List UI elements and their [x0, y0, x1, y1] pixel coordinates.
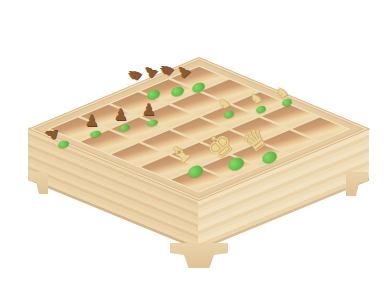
dark-pawn-standing-3: ♟	[142, 102, 156, 118]
tray-foot-front	[170, 243, 228, 268]
tray-foot-left	[28, 172, 48, 194]
tray-foot-right	[346, 172, 368, 196]
product-photo-scene: ♟♟♟♟♞♟♞♟♞♞♞♝♚♛	[0, 0, 390, 293]
dark-pawn-standing-2: ♟	[114, 107, 128, 123]
dark-pawn-standing-1: ♟	[85, 113, 99, 129]
